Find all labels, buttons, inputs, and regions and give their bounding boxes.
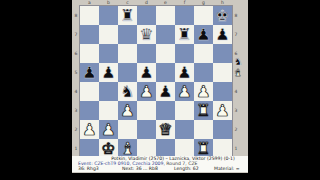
square-a2: ♟ xyxy=(80,120,99,139)
black-king-icon: ♚ xyxy=(215,6,229,25)
square-c5 xyxy=(118,63,137,82)
white-pawn-icon: ♟ xyxy=(139,82,153,101)
square-g7: ♟ xyxy=(194,25,213,44)
black-rook-icon: ♜ xyxy=(177,25,191,44)
square-d2 xyxy=(137,120,156,139)
square-h4 xyxy=(213,82,232,101)
material-tray: ♞ ♝ xyxy=(232,56,244,78)
square-d4: ♟ xyxy=(137,82,156,101)
rank-label-7: 7 xyxy=(73,25,79,44)
square-h8: ♚ xyxy=(213,6,232,25)
rank-label-3: 3 xyxy=(73,101,79,120)
square-d8 xyxy=(137,6,156,25)
square-f2 xyxy=(175,120,194,139)
black-pawn-icon: ♟ xyxy=(82,63,96,82)
square-e3 xyxy=(156,101,175,120)
rank-label-8: 8 xyxy=(73,6,79,25)
white-pawn-icon: ♟ xyxy=(215,101,229,120)
square-g5 xyxy=(194,63,213,82)
black-queen-icon: ♛ xyxy=(139,25,153,44)
square-a5: ♟ xyxy=(80,63,99,82)
black-pawn-icon: ♟ xyxy=(139,63,153,82)
next-move: Next: 36 ... Rb8 xyxy=(122,166,174,171)
white-queen-icon: ♛ xyxy=(158,120,172,139)
rank-labels-left: 87654321 xyxy=(73,6,79,158)
black-pawn-icon: ♟ xyxy=(196,25,210,44)
square-h6 xyxy=(213,44,232,63)
chess-gui-panel: abcdefgh 87654321 87654321 ♜♚♛♜♟♟♟♟♟♟♞♟♟… xyxy=(72,0,248,173)
game-info-footer: Potkin, Vladimir (2570) – Laznicka, Vikt… xyxy=(72,156,248,172)
black-pawn-icon: ♟ xyxy=(101,63,115,82)
square-a4 xyxy=(80,82,99,101)
square-d5: ♟ xyxy=(137,63,156,82)
square-f5: ♟ xyxy=(175,63,194,82)
square-g6 xyxy=(194,44,213,63)
square-a6 xyxy=(80,44,99,63)
square-e2: ♛ xyxy=(156,120,175,139)
square-f4: ♟ xyxy=(175,82,194,101)
rank-label-3: 3 xyxy=(233,101,239,120)
game-length: Length: 62 xyxy=(174,166,214,171)
square-f6 xyxy=(175,44,194,63)
rank-label-6: 6 xyxy=(73,44,79,63)
square-c8: ♜ xyxy=(118,6,137,25)
square-a7 xyxy=(80,25,99,44)
white-pawn-icon: ♟ xyxy=(196,82,210,101)
black-knight-icon: ♞ xyxy=(120,82,134,101)
material-status: Material: = xyxy=(214,166,240,171)
black-rook-icon: ♜ xyxy=(120,6,134,25)
current-move: 36: Rhg3 xyxy=(78,166,122,171)
square-h3: ♟ xyxy=(213,101,232,120)
square-a3 xyxy=(80,101,99,120)
square-e8 xyxy=(156,6,175,25)
white-pawn-icon: ♟ xyxy=(82,120,96,139)
square-b3 xyxy=(99,101,118,120)
square-a8 xyxy=(80,6,99,25)
square-f8 xyxy=(175,6,194,25)
video-frame: abcdefgh 87654321 87654321 ♜♚♛♜♟♟♟♟♟♟♞♟♟… xyxy=(0,0,320,180)
rank-label-4: 4 xyxy=(233,82,239,101)
move-info-line: 36: Rhg3 Next: 36 ... Rb8 Length: 62 Mat… xyxy=(72,166,248,171)
square-f3 xyxy=(175,101,194,120)
square-c6 xyxy=(118,44,137,63)
white-pawn-icon: ♟ xyxy=(101,120,115,139)
rank-label-7: 7 xyxy=(233,25,239,44)
square-b8 xyxy=(99,6,118,25)
white-pawn-icon: ♟ xyxy=(120,101,134,120)
square-c2 xyxy=(118,120,137,139)
rank-label-8: 8 xyxy=(233,6,239,25)
chess-board: ♜♚♛♜♟♟♟♟♟♟♞♟♟♟♟♟♜♟♟♟♛♚♝♜ xyxy=(80,6,232,158)
square-c4: ♞ xyxy=(118,82,137,101)
square-c3: ♟ xyxy=(118,101,137,120)
square-g2 xyxy=(194,120,213,139)
square-h5 xyxy=(213,63,232,82)
rank-labels-right: 87654321 xyxy=(233,6,239,158)
square-e5 xyxy=(156,63,175,82)
square-f7: ♜ xyxy=(175,25,194,44)
square-d6 xyxy=(137,44,156,63)
square-e7 xyxy=(156,25,175,44)
square-g4: ♟ xyxy=(194,82,213,101)
white-bishop-icon: ♝ xyxy=(234,67,243,78)
rank-label-2: 2 xyxy=(73,120,79,139)
square-b7 xyxy=(99,25,118,44)
square-e6 xyxy=(156,44,175,63)
black-pawn-icon: ♟ xyxy=(177,63,191,82)
square-b6 xyxy=(99,44,118,63)
black-pawn-icon: ♟ xyxy=(215,25,229,44)
square-b4 xyxy=(99,82,118,101)
rank-label-5: 5 xyxy=(73,63,79,82)
black-knight-icon: ♞ xyxy=(234,56,243,67)
rank-label-4: 4 xyxy=(73,82,79,101)
white-pawn-icon: ♟ xyxy=(177,82,191,101)
square-c7 xyxy=(118,25,137,44)
square-g3: ♜ xyxy=(194,101,213,120)
white-rook-icon: ♜ xyxy=(196,101,210,120)
square-b5: ♟ xyxy=(99,63,118,82)
square-h7: ♟ xyxy=(213,25,232,44)
black-pawn-icon: ♟ xyxy=(158,82,172,101)
square-h2 xyxy=(213,120,232,139)
square-d3 xyxy=(137,101,156,120)
square-e4: ♟ xyxy=(156,82,175,101)
square-d7: ♛ xyxy=(137,25,156,44)
square-b2: ♟ xyxy=(99,120,118,139)
rank-label-2: 2 xyxy=(233,120,239,139)
square-g8 xyxy=(194,6,213,25)
